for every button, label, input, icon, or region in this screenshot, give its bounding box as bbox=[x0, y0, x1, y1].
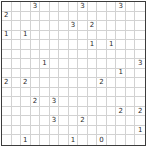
cell-r15c10[interactable] bbox=[88, 135, 98, 145]
clue-cell-r15c3: 1 bbox=[21, 135, 31, 145]
cell-r1c3[interactable] bbox=[21, 2, 31, 12]
clue-cell-r9c1: 2 bbox=[2, 78, 12, 88]
clue-cell-r3c10: 2 bbox=[88, 21, 98, 31]
clue-cell-r4c3: 1 bbox=[21, 31, 31, 41]
cell-r15c9[interactable] bbox=[78, 135, 88, 145]
cell-r10c4[interactable] bbox=[31, 88, 41, 98]
cell-r3c11[interactable] bbox=[97, 21, 107, 31]
cell-r4c15[interactable] bbox=[135, 31, 145, 41]
cell-r10c6[interactable] bbox=[50, 88, 60, 98]
cell-r7c11[interactable] bbox=[97, 59, 107, 69]
cell-r3c9[interactable] bbox=[78, 21, 88, 31]
cell-r3c12[interactable] bbox=[107, 21, 117, 31]
cell-r1c10[interactable] bbox=[88, 2, 98, 12]
cell-r12c9[interactable] bbox=[78, 107, 88, 117]
cell-r13c7[interactable] bbox=[59, 116, 69, 126]
cell-r3c13[interactable] bbox=[116, 21, 126, 31]
cell-r13c2[interactable] bbox=[12, 116, 22, 126]
cell-r11c15[interactable] bbox=[135, 97, 145, 107]
cell-r15c2[interactable] bbox=[12, 135, 22, 145]
cell-r4c2[interactable] bbox=[12, 31, 22, 41]
cell-r13c12[interactable] bbox=[107, 116, 117, 126]
cell-r6c4[interactable] bbox=[31, 50, 41, 60]
cell-r4c6[interactable] bbox=[50, 31, 60, 41]
cell-r14c14[interactable] bbox=[126, 126, 136, 136]
cell-r7c12[interactable] bbox=[107, 59, 117, 69]
cell-r2c15[interactable] bbox=[135, 12, 145, 22]
cell-r13c8[interactable] bbox=[69, 116, 79, 126]
cell-r9c14[interactable] bbox=[126, 78, 136, 88]
cell-r11c2[interactable] bbox=[12, 97, 22, 107]
cell-r14c12[interactable] bbox=[107, 126, 117, 136]
clue-cell-r3c8: 3 bbox=[69, 21, 79, 31]
cell-r4c13[interactable] bbox=[116, 31, 126, 41]
cell-r9c15[interactable] bbox=[135, 78, 145, 88]
clue-cell-r11c6: 3 bbox=[50, 97, 60, 107]
cell-r10c11[interactable] bbox=[97, 88, 107, 98]
cell-r4c8[interactable] bbox=[69, 31, 79, 41]
cell-r13c5[interactable] bbox=[40, 116, 50, 126]
cell-r10c7[interactable] bbox=[59, 88, 69, 98]
cell-r2c10[interactable] bbox=[88, 12, 98, 22]
cell-r1c8[interactable] bbox=[69, 2, 79, 12]
cell-r6c5[interactable] bbox=[40, 50, 50, 60]
cell-r12c2[interactable] bbox=[12, 107, 22, 117]
cell-r11c13[interactable] bbox=[116, 97, 126, 107]
cell-r8c2[interactable] bbox=[12, 69, 22, 79]
cell-r3c7[interactable] bbox=[59, 21, 69, 31]
cell-r2c7[interactable] bbox=[59, 12, 69, 22]
cell-r2c9[interactable] bbox=[78, 12, 88, 22]
cell-r10c8[interactable] bbox=[69, 88, 79, 98]
puzzle-board: 33323211111312222322321110 bbox=[1, 1, 146, 146]
cell-r12c6[interactable] bbox=[50, 107, 60, 117]
cell-r3c1[interactable] bbox=[2, 21, 12, 31]
cell-r11c8[interactable] bbox=[69, 97, 79, 107]
clue-cell-r1c13: 3 bbox=[116, 2, 126, 12]
cell-r3c4[interactable] bbox=[31, 21, 41, 31]
clue-cell-r4c1: 1 bbox=[2, 31, 12, 41]
cell-r12c14[interactable] bbox=[126, 107, 136, 117]
cell-r12c12[interactable] bbox=[107, 107, 117, 117]
cell-r6c14[interactable] bbox=[126, 50, 136, 60]
cell-r11c9[interactable] bbox=[78, 97, 88, 107]
cell-r1c7[interactable] bbox=[59, 2, 69, 12]
cell-r5c14[interactable] bbox=[126, 40, 136, 50]
cell-r5c15[interactable] bbox=[135, 40, 145, 50]
cell-r13c15[interactable] bbox=[135, 116, 145, 126]
cell-r11c7[interactable] bbox=[59, 97, 69, 107]
cell-r5c6[interactable] bbox=[50, 40, 60, 50]
cell-r8c5[interactable] bbox=[40, 69, 50, 79]
cell-r5c8[interactable] bbox=[69, 40, 79, 50]
cell-r8c1[interactable] bbox=[2, 69, 12, 79]
cell-r4c11[interactable] bbox=[97, 31, 107, 41]
clue-cell-r1c9: 3 bbox=[78, 2, 88, 12]
cell-r4c4[interactable] bbox=[31, 31, 41, 41]
clue-cell-r14c15: 1 bbox=[135, 126, 145, 136]
cell-r5c11[interactable] bbox=[97, 40, 107, 50]
cell-r9c9[interactable] bbox=[78, 78, 88, 88]
clue-cell-r1c4: 3 bbox=[31, 2, 41, 12]
cell-r11c12[interactable] bbox=[107, 97, 117, 107]
cell-r12c8[interactable] bbox=[69, 107, 79, 117]
cell-r6c10[interactable] bbox=[88, 50, 98, 60]
cell-r1c15[interactable] bbox=[135, 2, 145, 12]
cell-r6c11[interactable] bbox=[97, 50, 107, 60]
cell-r9c2[interactable] bbox=[12, 78, 22, 88]
cell-r2c13[interactable] bbox=[116, 12, 126, 22]
cell-r12c10[interactable] bbox=[88, 107, 98, 117]
cell-r7c14[interactable] bbox=[126, 59, 136, 69]
cell-r2c2[interactable] bbox=[12, 12, 22, 22]
cell-r5c13[interactable] bbox=[116, 40, 126, 50]
cell-r14c13[interactable] bbox=[116, 126, 126, 136]
cell-r15c12[interactable] bbox=[107, 135, 117, 145]
cell-r3c3[interactable] bbox=[21, 21, 31, 31]
cell-r15c5[interactable] bbox=[40, 135, 50, 145]
clue-cell-r2c1: 2 bbox=[2, 12, 12, 22]
clue-cell-r13c9: 2 bbox=[78, 116, 88, 126]
cell-r4c14[interactable] bbox=[126, 31, 136, 41]
cell-r1c11[interactable] bbox=[97, 2, 107, 12]
cell-r13c14[interactable] bbox=[126, 116, 136, 126]
cell-r8c15[interactable] bbox=[135, 69, 145, 79]
clue-cell-r12c13: 2 bbox=[116, 107, 126, 117]
cell-r14c2[interactable] bbox=[12, 126, 22, 136]
cell-r13c10[interactable] bbox=[88, 116, 98, 126]
cell-r8c14[interactable] bbox=[126, 69, 136, 79]
cell-r9c6[interactable] bbox=[50, 78, 60, 88]
cell-r11c10[interactable] bbox=[88, 97, 98, 107]
clue-cell-r12c15: 2 bbox=[135, 107, 145, 117]
cell-r14c1[interactable] bbox=[2, 126, 12, 136]
cell-r9c4[interactable] bbox=[31, 78, 41, 88]
cell-r15c4[interactable] bbox=[31, 135, 41, 145]
cell-r10c5[interactable] bbox=[40, 88, 50, 98]
cell-r10c9[interactable] bbox=[78, 88, 88, 98]
cell-r12c3[interactable] bbox=[21, 107, 31, 117]
cell-r7c3[interactable] bbox=[21, 59, 31, 69]
clue-cell-r8c13: 1 bbox=[116, 69, 126, 79]
cell-r6c13[interactable] bbox=[116, 50, 126, 60]
cell-r11c14[interactable] bbox=[126, 97, 136, 107]
cell-r13c4[interactable] bbox=[31, 116, 41, 126]
cell-r8c6[interactable] bbox=[50, 69, 60, 79]
cell-r7c4[interactable] bbox=[31, 59, 41, 69]
cell-r11c1[interactable] bbox=[2, 97, 12, 107]
cell-r1c6[interactable] bbox=[50, 2, 60, 12]
cell-r8c11[interactable] bbox=[97, 69, 107, 79]
cell-r2c4[interactable] bbox=[31, 12, 41, 22]
cell-r1c1[interactable] bbox=[2, 2, 12, 12]
cell-r2c12[interactable] bbox=[107, 12, 117, 22]
cell-r14c4[interactable] bbox=[31, 126, 41, 136]
cell-r11c11[interactable] bbox=[97, 97, 107, 107]
cell-r3c5[interactable] bbox=[40, 21, 50, 31]
cell-r5c7[interactable] bbox=[59, 40, 69, 50]
cell-r7c7[interactable] bbox=[59, 59, 69, 69]
clue-cell-r5c10: 1 bbox=[88, 40, 98, 50]
cell-r15c6[interactable] bbox=[50, 135, 60, 145]
cell-r13c11[interactable] bbox=[97, 116, 107, 126]
cell-r8c3[interactable] bbox=[21, 69, 31, 79]
cell-r15c13[interactable] bbox=[116, 135, 126, 145]
cell-r7c13[interactable] bbox=[116, 59, 126, 69]
cell-r7c2[interactable] bbox=[12, 59, 22, 69]
cell-r12c1[interactable] bbox=[2, 107, 12, 117]
cell-r7c1[interactable] bbox=[2, 59, 12, 69]
cell-r10c12[interactable] bbox=[107, 88, 117, 98]
cell-r3c2[interactable] bbox=[12, 21, 22, 31]
cell-r6c6[interactable] bbox=[50, 50, 60, 60]
cell-r2c5[interactable] bbox=[40, 12, 50, 22]
cell-r10c10[interactable] bbox=[88, 88, 98, 98]
cell-r1c5[interactable] bbox=[40, 2, 50, 12]
cell-r10c2[interactable] bbox=[12, 88, 22, 98]
cell-r5c2[interactable] bbox=[12, 40, 22, 50]
cell-r13c1[interactable] bbox=[2, 116, 12, 126]
cell-r4c9[interactable] bbox=[78, 31, 88, 41]
cell-r2c11[interactable] bbox=[97, 12, 107, 22]
cell-r4c10[interactable] bbox=[88, 31, 98, 41]
cell-r13c13[interactable] bbox=[116, 116, 126, 126]
cell-r8c10[interactable] bbox=[88, 69, 98, 79]
clue-cell-r11c4: 2 bbox=[31, 97, 41, 107]
clue-cell-r13c6: 3 bbox=[50, 116, 60, 126]
cell-r12c7[interactable] bbox=[59, 107, 69, 117]
cell-r12c4[interactable] bbox=[31, 107, 41, 117]
cell-r6c7[interactable] bbox=[59, 50, 69, 60]
cell-r3c14[interactable] bbox=[126, 21, 136, 31]
cell-r15c15[interactable] bbox=[135, 135, 145, 145]
cell-r10c13[interactable] bbox=[116, 88, 126, 98]
cell-r5c1[interactable] bbox=[2, 40, 12, 50]
cell-r2c6[interactable] bbox=[50, 12, 60, 22]
clue-cell-r5c12: 1 bbox=[107, 40, 117, 50]
cell-r8c4[interactable] bbox=[31, 69, 41, 79]
cell-r5c9[interactable] bbox=[78, 40, 88, 50]
cell-r4c12[interactable] bbox=[107, 31, 117, 41]
cell-r14c10[interactable] bbox=[88, 126, 98, 136]
cell-r11c5[interactable] bbox=[40, 97, 50, 107]
cell-r9c7[interactable] bbox=[59, 78, 69, 88]
cell-r9c13[interactable] bbox=[116, 78, 126, 88]
cell-r5c4[interactable] bbox=[31, 40, 41, 50]
puzzle-screenshot: 33323211111312222322321110 bbox=[0, 0, 150, 150]
clue-cell-r7c5: 1 bbox=[40, 59, 50, 69]
cell-r14c8[interactable] bbox=[69, 126, 79, 136]
cell-r1c14[interactable] bbox=[126, 2, 136, 12]
cell-r10c15[interactable] bbox=[135, 88, 145, 98]
cell-r8c7[interactable] bbox=[59, 69, 69, 79]
cell-r1c12[interactable] bbox=[107, 2, 117, 12]
cell-r7c9[interactable] bbox=[78, 59, 88, 69]
cell-r14c5[interactable] bbox=[40, 126, 50, 136]
cell-r6c3[interactable] bbox=[21, 50, 31, 60]
cell-r9c12[interactable] bbox=[107, 78, 117, 88]
cell-r14c9[interactable] bbox=[78, 126, 88, 136]
clue-cell-r7c15: 3 bbox=[135, 59, 145, 69]
cell-r14c11[interactable] bbox=[97, 126, 107, 136]
cell-r4c7[interactable] bbox=[59, 31, 69, 41]
cell-r2c8[interactable] bbox=[69, 12, 79, 22]
cell-r7c10[interactable] bbox=[88, 59, 98, 69]
cell-r4c5[interactable] bbox=[40, 31, 50, 41]
cell-r5c5[interactable] bbox=[40, 40, 50, 50]
cell-r6c15[interactable] bbox=[135, 50, 145, 60]
cell-r13c3[interactable] bbox=[21, 116, 31, 126]
cell-r14c3[interactable] bbox=[21, 126, 31, 136]
clue-cell-r15c8: 1 bbox=[69, 135, 79, 145]
clue-cell-r9c3: 2 bbox=[21, 78, 31, 88]
cell-r6c12[interactable] bbox=[107, 50, 117, 60]
cell-r15c1[interactable] bbox=[2, 135, 12, 145]
cell-r15c14[interactable] bbox=[126, 135, 136, 145]
cell-r9c5[interactable] bbox=[40, 78, 50, 88]
cell-r5c3[interactable] bbox=[21, 40, 31, 50]
cell-r15c7[interactable] bbox=[59, 135, 69, 145]
cell-r7c6[interactable] bbox=[50, 59, 60, 69]
cell-r12c5[interactable] bbox=[40, 107, 50, 117]
cell-r2c14[interactable] bbox=[126, 12, 136, 22]
cell-r10c14[interactable] bbox=[126, 88, 136, 98]
cell-r6c2[interactable] bbox=[12, 50, 22, 60]
cell-r10c3[interactable] bbox=[21, 88, 31, 98]
cell-r3c15[interactable] bbox=[135, 21, 145, 31]
cell-r14c6[interactable] bbox=[50, 126, 60, 136]
cell-r10c1[interactable] bbox=[2, 88, 12, 98]
cell-r7c8[interactable] bbox=[69, 59, 79, 69]
cell-r9c10[interactable] bbox=[88, 78, 98, 88]
clue-cell-r9c11: 2 bbox=[97, 78, 107, 88]
cell-r8c8[interactable] bbox=[69, 69, 79, 79]
cell-r14c7[interactable] bbox=[59, 126, 69, 136]
cell-r3c6[interactable] bbox=[50, 21, 60, 31]
cell-r2c3[interactable] bbox=[21, 12, 31, 22]
cell-r11c3[interactable] bbox=[21, 97, 31, 107]
cell-r6c8[interactable] bbox=[69, 50, 79, 60]
cell-r8c9[interactable] bbox=[78, 69, 88, 79]
cell-r1c2[interactable] bbox=[12, 2, 22, 12]
cell-r12c11[interactable] bbox=[97, 107, 107, 117]
cell-r9c8[interactable] bbox=[69, 78, 79, 88]
cell-r6c1[interactable] bbox=[2, 50, 12, 60]
cell-r6c9[interactable] bbox=[78, 50, 88, 60]
cell-r8c12[interactable] bbox=[107, 69, 117, 79]
clue-cell-r15c11: 0 bbox=[97, 135, 107, 145]
